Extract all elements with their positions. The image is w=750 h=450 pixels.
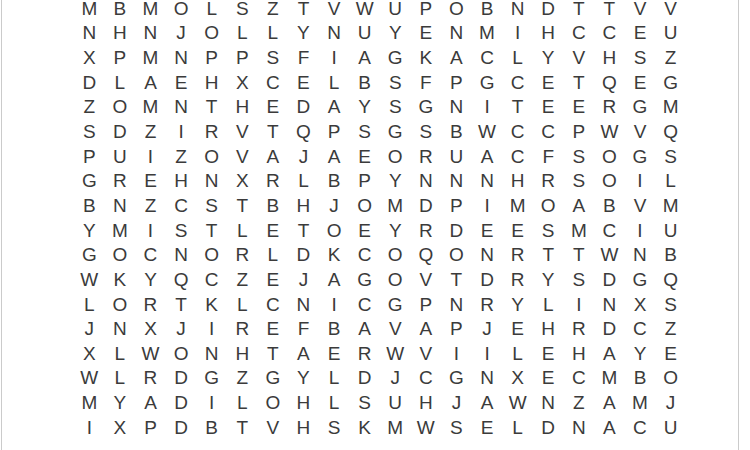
- grid-cell-r12c19[interactable]: G: [625, 267, 656, 292]
- grid-cell-r11c19[interactable]: N: [625, 242, 656, 267]
- grid-cell-r6c2[interactable]: D: [105, 119, 136, 144]
- grid-cell-r10c17[interactable]: M: [564, 218, 595, 243]
- grid-cell-r7c15[interactable]: C: [502, 144, 533, 169]
- grid-cell-r12c6[interactable]: Z: [227, 267, 258, 292]
- grid-cell-r1c12[interactable]: P: [411, 0, 442, 21]
- grid-cell-r13c11[interactable]: G: [380, 292, 411, 317]
- grid-cell-r10c16[interactable]: S: [533, 218, 564, 243]
- grid-cell-r17c14[interactable]: A: [472, 390, 503, 415]
- grid-cell-r13c5[interactable]: K: [196, 292, 227, 317]
- grid-cell-r18c4[interactable]: D: [166, 415, 197, 440]
- grid-cell-r6c14[interactable]: W: [472, 119, 503, 144]
- grid-cell-r18c17[interactable]: N: [564, 415, 595, 440]
- grid-cell-r15c9[interactable]: E: [319, 341, 350, 366]
- grid-cell-r9c2[interactable]: N: [105, 193, 136, 218]
- grid-cell-r9c20[interactable]: M: [655, 193, 686, 218]
- grid-cell-r14c2[interactable]: N: [105, 316, 136, 341]
- grid-cell-r9c13[interactable]: P: [441, 193, 472, 218]
- grid-cell-r14c18[interactable]: D: [594, 316, 625, 341]
- grid-cell-r14c8[interactable]: F: [288, 316, 319, 341]
- grid-cell-r2c16[interactable]: H: [533, 21, 564, 46]
- grid-cell-r18c7[interactable]: V: [258, 415, 289, 440]
- grid-cell-r11c17[interactable]: T: [564, 242, 595, 267]
- grid-cell-r1c11[interactable]: U: [380, 0, 411, 21]
- grid-cell-r10c7[interactable]: E: [258, 218, 289, 243]
- grid-cell-r12c12[interactable]: V: [411, 267, 442, 292]
- grid-cell-r9c15[interactable]: M: [502, 193, 533, 218]
- grid-cell-r15c13[interactable]: I: [441, 341, 472, 366]
- grid-cell-r3c17[interactable]: V: [564, 45, 595, 70]
- grid-cell-r7c5[interactable]: O: [196, 144, 227, 169]
- grid-cell-r14c17[interactable]: R: [564, 316, 595, 341]
- grid-cell-r3c11[interactable]: G: [380, 45, 411, 70]
- grid-cell-r5c15[interactable]: T: [502, 95, 533, 120]
- grid-cell-r8c15[interactable]: H: [502, 168, 533, 193]
- grid-cell-r10c19[interactable]: I: [625, 218, 656, 243]
- grid-cell-r5c20[interactable]: M: [655, 95, 686, 120]
- grid-cell-r11c13[interactable]: O: [441, 242, 472, 267]
- grid-cell-r3c13[interactable]: A: [441, 45, 472, 70]
- grid-cell-r11c5[interactable]: O: [196, 242, 227, 267]
- grid-cell-r10c14[interactable]: E: [472, 218, 503, 243]
- grid-cell-r4c10[interactable]: B: [349, 70, 380, 95]
- grid-cell-r1c6[interactable]: S: [227, 0, 258, 21]
- grid-cell-r15c12[interactable]: V: [411, 341, 442, 366]
- grid-cell-r5c14[interactable]: I: [472, 95, 503, 120]
- grid-cell-r9c11[interactable]: M: [380, 193, 411, 218]
- grid-cell-r16c6[interactable]: Z: [227, 366, 258, 391]
- grid-cell-r14c15[interactable]: E: [502, 316, 533, 341]
- grid-cell-r5c8[interactable]: D: [288, 95, 319, 120]
- grid-cell-r16c20[interactable]: O: [655, 366, 686, 391]
- grid-cell-r4c7[interactable]: C: [258, 70, 289, 95]
- grid-cell-r13c8[interactable]: N: [288, 292, 319, 317]
- grid-cell-r18c20[interactable]: U: [655, 415, 686, 440]
- grid-cell-r9c9[interactable]: J: [319, 193, 350, 218]
- grid-cell-r2c1[interactable]: N: [74, 21, 105, 46]
- grid-cell-r13c15[interactable]: Y: [502, 292, 533, 317]
- grid-cell-r15c8[interactable]: A: [288, 341, 319, 366]
- grid-cell-r12c2[interactable]: K: [105, 267, 136, 292]
- grid-cell-r1c19[interactable]: V: [625, 0, 656, 21]
- grid-cell-r17c16[interactable]: N: [533, 390, 564, 415]
- grid-cell-r10c18[interactable]: C: [594, 218, 625, 243]
- grid-cell-r3c20[interactable]: Z: [655, 45, 686, 70]
- grid-cell-r13c9[interactable]: I: [319, 292, 350, 317]
- grid-cell-r4c6[interactable]: X: [227, 70, 258, 95]
- grid-cell-r8c13[interactable]: N: [441, 168, 472, 193]
- grid-cell-r4c17[interactable]: T: [564, 70, 595, 95]
- grid-cell-r5c17[interactable]: E: [564, 95, 595, 120]
- grid-cell-r8c19[interactable]: I: [625, 168, 656, 193]
- grid-cell-r15c4[interactable]: O: [166, 341, 197, 366]
- grid-cell-r18c14[interactable]: E: [472, 415, 503, 440]
- grid-cell-r4c9[interactable]: L: [319, 70, 350, 95]
- grid-cell-r12c20[interactable]: Q: [655, 267, 686, 292]
- grid-cell-r3c5[interactable]: P: [196, 45, 227, 70]
- grid-cell-r12c18[interactable]: D: [594, 267, 625, 292]
- grid-cell-r13c3[interactable]: R: [135, 292, 166, 317]
- grid-cell-r5c18[interactable]: R: [594, 95, 625, 120]
- grid-cell-r17c3[interactable]: A: [135, 390, 166, 415]
- grid-cell-r6c16[interactable]: C: [533, 119, 564, 144]
- grid-cell-r1c4[interactable]: O: [166, 0, 197, 21]
- grid-cell-r9c12[interactable]: D: [411, 193, 442, 218]
- grid-cell-r6c9[interactable]: P: [319, 119, 350, 144]
- grid-cell-r15c11[interactable]: W: [380, 341, 411, 366]
- grid-cell-r8c14[interactable]: N: [472, 168, 503, 193]
- grid-cell-r2c5[interactable]: O: [196, 21, 227, 46]
- grid-cell-r2c11[interactable]: Y: [380, 21, 411, 46]
- grid-cell-r15c7[interactable]: T: [258, 341, 289, 366]
- grid-cell-r18c19[interactable]: C: [625, 415, 656, 440]
- grid-cell-r17c15[interactable]: W: [502, 390, 533, 415]
- grid-cell-r18c6[interactable]: T: [227, 415, 258, 440]
- grid-cell-r9c6[interactable]: T: [227, 193, 258, 218]
- grid-cell-r11c7[interactable]: L: [258, 242, 289, 267]
- grid-cell-r18c2[interactable]: X: [105, 415, 136, 440]
- grid-cell-r4c15[interactable]: C: [502, 70, 533, 95]
- grid-cell-r5c7[interactable]: E: [258, 95, 289, 120]
- grid-cell-r10c15[interactable]: E: [502, 218, 533, 243]
- grid-cell-r16c17[interactable]: C: [564, 366, 595, 391]
- grid-cell-r15c20[interactable]: E: [655, 341, 686, 366]
- grid-cell-r13c14[interactable]: R: [472, 292, 503, 317]
- grid-cell-r7c12[interactable]: R: [411, 144, 442, 169]
- grid-cell-r1c10[interactable]: W: [349, 0, 380, 21]
- grid-cell-r1c3[interactable]: M: [135, 0, 166, 21]
- grid-cell-r7c16[interactable]: F: [533, 144, 564, 169]
- grid-cell-r11c3[interactable]: C: [135, 242, 166, 267]
- grid-cell-r4c14[interactable]: G: [472, 70, 503, 95]
- grid-cell-r10c13[interactable]: D: [441, 218, 472, 243]
- grid-cell-r17c11[interactable]: U: [380, 390, 411, 415]
- grid-cell-r8c9[interactable]: B: [319, 168, 350, 193]
- grid-cell-r17c6[interactable]: L: [227, 390, 258, 415]
- grid-cell-r18c9[interactable]: S: [319, 415, 350, 440]
- grid-cell-r16c10[interactable]: D: [349, 366, 380, 391]
- grid-cell-r10c5[interactable]: T: [196, 218, 227, 243]
- grid-cell-r7c14[interactable]: A: [472, 144, 503, 169]
- grid-cell-r4c5[interactable]: H: [196, 70, 227, 95]
- grid-cell-r5c11[interactable]: S: [380, 95, 411, 120]
- grid-cell-r12c8[interactable]: J: [288, 267, 319, 292]
- grid-cell-r14c13[interactable]: P: [441, 316, 472, 341]
- grid-cell-r14c7[interactable]: E: [258, 316, 289, 341]
- grid-cell-r14c19[interactable]: C: [625, 316, 656, 341]
- grid-cell-r6c1[interactable]: S: [74, 119, 105, 144]
- grid-cell-r12c3[interactable]: Y: [135, 267, 166, 292]
- grid-cell-r15c3[interactable]: W: [135, 341, 166, 366]
- grid-cell-r9c19[interactable]: V: [625, 193, 656, 218]
- grid-cell-r7c11[interactable]: O: [380, 144, 411, 169]
- grid-cell-r11c1[interactable]: G: [74, 242, 105, 267]
- grid-cell-r14c4[interactable]: J: [166, 316, 197, 341]
- grid-cell-r7c18[interactable]: O: [594, 144, 625, 169]
- grid-cell-r4c12[interactable]: F: [411, 70, 442, 95]
- grid-cell-r8c1[interactable]: G: [74, 168, 105, 193]
- grid-cell-r15c2[interactable]: L: [105, 341, 136, 366]
- grid-cell-r17c20[interactable]: J: [655, 390, 686, 415]
- grid-cell-r11c2[interactable]: O: [105, 242, 136, 267]
- grid-cell-r1c1[interactable]: M: [74, 0, 105, 21]
- grid-cell-r9c3[interactable]: Z: [135, 193, 166, 218]
- grid-cell-r18c5[interactable]: B: [196, 415, 227, 440]
- grid-cell-r4c16[interactable]: E: [533, 70, 564, 95]
- grid-cell-r13c17[interactable]: I: [564, 292, 595, 317]
- grid-cell-r18c18[interactable]: A: [594, 415, 625, 440]
- grid-cell-r2c13[interactable]: N: [441, 21, 472, 46]
- grid-cell-r18c8[interactable]: H: [288, 415, 319, 440]
- grid-cell-r13c1[interactable]: L: [74, 292, 105, 317]
- grid-cell-r9c1[interactable]: B: [74, 193, 105, 218]
- grid-cell-r14c20[interactable]: Z: [655, 316, 686, 341]
- grid-cell-r6c4[interactable]: I: [166, 119, 197, 144]
- grid-cell-r7c3[interactable]: I: [135, 144, 166, 169]
- grid-cell-r16c7[interactable]: G: [258, 366, 289, 391]
- grid-cell-r12c5[interactable]: C: [196, 267, 227, 292]
- grid-cell-r6c18[interactable]: W: [594, 119, 625, 144]
- grid-cell-r2c6[interactable]: L: [227, 21, 258, 46]
- grid-cell-r2c15[interactable]: I: [502, 21, 533, 46]
- grid-cell-r10c4[interactable]: S: [166, 218, 197, 243]
- grid-cell-r16c13[interactable]: G: [441, 366, 472, 391]
- grid-cell-r15c14[interactable]: I: [472, 341, 503, 366]
- grid-cell-r11c14[interactable]: N: [472, 242, 503, 267]
- grid-cell-r5c1[interactable]: Z: [74, 95, 105, 120]
- grid-cell-r14c3[interactable]: X: [135, 316, 166, 341]
- grid-cell-r2c14[interactable]: M: [472, 21, 503, 46]
- grid-cell-r4c1[interactable]: D: [74, 70, 105, 95]
- grid-cell-r1c16[interactable]: D: [533, 0, 564, 21]
- grid-cell-r7c7[interactable]: A: [258, 144, 289, 169]
- grid-cell-r9c10[interactable]: O: [349, 193, 380, 218]
- grid-cell-r8c8[interactable]: L: [288, 168, 319, 193]
- grid-cell-r6c17[interactable]: P: [564, 119, 595, 144]
- grid-cell-r13c6[interactable]: L: [227, 292, 258, 317]
- grid-cell-r4c2[interactable]: L: [105, 70, 136, 95]
- grid-cell-r13c20[interactable]: S: [655, 292, 686, 317]
- grid-cell-r1c9[interactable]: V: [319, 0, 350, 21]
- grid-cell-r8c10[interactable]: P: [349, 168, 380, 193]
- grid-cell-r8c16[interactable]: R: [533, 168, 564, 193]
- grid-cell-r12c7[interactable]: E: [258, 267, 289, 292]
- grid-cell-r16c19[interactable]: B: [625, 366, 656, 391]
- grid-cell-r9c5[interactable]: S: [196, 193, 227, 218]
- grid-cell-r2c3[interactable]: N: [135, 21, 166, 46]
- grid-cell-r18c10[interactable]: K: [349, 415, 380, 440]
- grid-cell-r4c20[interactable]: G: [655, 70, 686, 95]
- grid-cell-r15c17[interactable]: H: [564, 341, 595, 366]
- grid-cell-r16c4[interactable]: D: [166, 366, 197, 391]
- grid-cell-r6c10[interactable]: S: [349, 119, 380, 144]
- grid-cell-r15c6[interactable]: H: [227, 341, 258, 366]
- grid-cell-r8c20[interactable]: L: [655, 168, 686, 193]
- grid-cell-r6c20[interactable]: Q: [655, 119, 686, 144]
- grid-cell-r15c18[interactable]: A: [594, 341, 625, 366]
- grid-cell-r3c9[interactable]: I: [319, 45, 350, 70]
- grid-cell-r1c13[interactable]: O: [441, 0, 472, 21]
- grid-cell-r17c18[interactable]: A: [594, 390, 625, 415]
- grid-cell-r17c1[interactable]: M: [74, 390, 105, 415]
- grid-cell-r9c14[interactable]: I: [472, 193, 503, 218]
- grid-cell-r16c3[interactable]: R: [135, 366, 166, 391]
- grid-cell-r3c4[interactable]: N: [166, 45, 197, 70]
- grid-cell-r6c19[interactable]: V: [625, 119, 656, 144]
- grid-cell-r11c6[interactable]: R: [227, 242, 258, 267]
- grid-cell-r13c7[interactable]: C: [258, 292, 289, 317]
- grid-cell-r5c5[interactable]: T: [196, 95, 227, 120]
- grid-cell-r16c11[interactable]: J: [380, 366, 411, 391]
- grid-cell-r4c18[interactable]: Q: [594, 70, 625, 95]
- grid-cell-r7c17[interactable]: S: [564, 144, 595, 169]
- grid-cell-r3c7[interactable]: S: [258, 45, 289, 70]
- grid-cell-r7c10[interactable]: E: [349, 144, 380, 169]
- grid-cell-r16c9[interactable]: L: [319, 366, 350, 391]
- grid-cell-r13c2[interactable]: O: [105, 292, 136, 317]
- grid-cell-r14c1[interactable]: J: [74, 316, 105, 341]
- grid-cell-r17c2[interactable]: Y: [105, 390, 136, 415]
- grid-cell-r8c18[interactable]: O: [594, 168, 625, 193]
- grid-cell-r14c6[interactable]: R: [227, 316, 258, 341]
- grid-cell-r8c3[interactable]: E: [135, 168, 166, 193]
- grid-cell-r11c8[interactable]: D: [288, 242, 319, 267]
- grid-cell-r2c18[interactable]: C: [594, 21, 625, 46]
- grid-cell-r9c8[interactable]: H: [288, 193, 319, 218]
- grid-cell-r16c15[interactable]: X: [502, 366, 533, 391]
- grid-cell-r5c6[interactable]: H: [227, 95, 258, 120]
- grid-cell-r12c16[interactable]: Y: [533, 267, 564, 292]
- grid-cell-r4c11[interactable]: S: [380, 70, 411, 95]
- grid-cell-r1c7[interactable]: Z: [258, 0, 289, 21]
- grid-cell-r13c13[interactable]: N: [441, 292, 472, 317]
- grid-cell-r16c1[interactable]: W: [74, 366, 105, 391]
- grid-cell-r15c1[interactable]: X: [74, 341, 105, 366]
- grid-cell-r14c14[interactable]: J: [472, 316, 503, 341]
- grid-cell-r16c14[interactable]: N: [472, 366, 503, 391]
- grid-cell-r12c13[interactable]: T: [441, 267, 472, 292]
- grid-cell-r7c13[interactable]: U: [441, 144, 472, 169]
- grid-cell-r2c10[interactable]: U: [349, 21, 380, 46]
- grid-cell-r17c5[interactable]: I: [196, 390, 227, 415]
- grid-cell-r8c4[interactable]: H: [166, 168, 197, 193]
- grid-cell-r12c1[interactable]: W: [74, 267, 105, 292]
- grid-cell-r11c4[interactable]: N: [166, 242, 197, 267]
- grid-cell-r4c4[interactable]: E: [166, 70, 197, 95]
- grid-cell-r7c8[interactable]: J: [288, 144, 319, 169]
- grid-cell-r2c20[interactable]: U: [655, 21, 686, 46]
- grid-cell-r3c18[interactable]: H: [594, 45, 625, 70]
- grid-cell-r5c4[interactable]: N: [166, 95, 197, 120]
- grid-cell-r17c4[interactable]: D: [166, 390, 197, 415]
- grid-cell-r17c7[interactable]: O: [258, 390, 289, 415]
- grid-cell-r16c12[interactable]: C: [411, 366, 442, 391]
- grid-cell-r5c16[interactable]: E: [533, 95, 564, 120]
- grid-cell-r4c19[interactable]: E: [625, 70, 656, 95]
- grid-cell-r14c12[interactable]: A: [411, 316, 442, 341]
- grid-cell-r14c16[interactable]: H: [533, 316, 564, 341]
- grid-cell-r2c12[interactable]: E: [411, 21, 442, 46]
- grid-cell-r1c2[interactable]: B: [105, 0, 136, 21]
- grid-cell-r9c18[interactable]: B: [594, 193, 625, 218]
- grid-cell-r11c10[interactable]: C: [349, 242, 380, 267]
- grid-cell-r11c15[interactable]: R: [502, 242, 533, 267]
- grid-cell-r18c12[interactable]: W: [411, 415, 442, 440]
- grid-cell-r8c5[interactable]: N: [196, 168, 227, 193]
- grid-cell-r11c16[interactable]: T: [533, 242, 564, 267]
- grid-cell-r15c16[interactable]: E: [533, 341, 564, 366]
- grid-cell-r6c6[interactable]: V: [227, 119, 258, 144]
- grid-cell-r15c15[interactable]: L: [502, 341, 533, 366]
- grid-cell-r4c3[interactable]: A: [135, 70, 166, 95]
- grid-cell-r12c14[interactable]: D: [472, 267, 503, 292]
- grid-cell-r11c12[interactable]: Q: [411, 242, 442, 267]
- grid-cell-r5c12[interactable]: G: [411, 95, 442, 120]
- grid-cell-r17c12[interactable]: H: [411, 390, 442, 415]
- grid-cell-r10c12[interactable]: R: [411, 218, 442, 243]
- grid-cell-r12c17[interactable]: S: [564, 267, 595, 292]
- grid-cell-r13c4[interactable]: T: [166, 292, 197, 317]
- grid-cell-r2c17[interactable]: C: [564, 21, 595, 46]
- grid-cell-r2c8[interactable]: Y: [288, 21, 319, 46]
- grid-cell-r15c10[interactable]: R: [349, 341, 380, 366]
- grid-cell-r17c13[interactable]: J: [441, 390, 472, 415]
- grid-cell-r8c11[interactable]: Y: [380, 168, 411, 193]
- grid-cell-r15c19[interactable]: Y: [625, 341, 656, 366]
- grid-cell-r1c5[interactable]: L: [196, 0, 227, 21]
- grid-cell-r9c16[interactable]: O: [533, 193, 564, 218]
- grid-cell-r3c8[interactable]: F: [288, 45, 319, 70]
- grid-cell-r13c16[interactable]: L: [533, 292, 564, 317]
- grid-cell-r5c19[interactable]: G: [625, 95, 656, 120]
- grid-cell-r12c10[interactable]: G: [349, 267, 380, 292]
- grid-cell-r14c10[interactable]: A: [349, 316, 380, 341]
- grid-cell-r10c20[interactable]: U: [655, 218, 686, 243]
- grid-cell-r6c8[interactable]: Q: [288, 119, 319, 144]
- grid-cell-r2c7[interactable]: L: [258, 21, 289, 46]
- grid-cell-r4c8[interactable]: E: [288, 70, 319, 95]
- grid-cell-r1c20[interactable]: V: [655, 0, 686, 21]
- grid-cell-r16c8[interactable]: Y: [288, 366, 319, 391]
- grid-cell-r3c6[interactable]: P: [227, 45, 258, 70]
- grid-cell-r12c11[interactable]: O: [380, 267, 411, 292]
- grid-cell-r2c4[interactable]: J: [166, 21, 197, 46]
- grid-cell-r12c15[interactable]: R: [502, 267, 533, 292]
- grid-cell-r8c17[interactable]: S: [564, 168, 595, 193]
- grid-cell-r6c11[interactable]: G: [380, 119, 411, 144]
- grid-cell-r17c8[interactable]: H: [288, 390, 319, 415]
- grid-cell-r10c6[interactable]: L: [227, 218, 258, 243]
- grid-cell-r15c5[interactable]: N: [196, 341, 227, 366]
- grid-cell-r18c3[interactable]: P: [135, 415, 166, 440]
- grid-cell-r11c20[interactable]: B: [655, 242, 686, 267]
- grid-cell-r7c20[interactable]: S: [655, 144, 686, 169]
- grid-cell-r2c19[interactable]: E: [625, 21, 656, 46]
- grid-cell-r8c12[interactable]: N: [411, 168, 442, 193]
- grid-cell-r10c8[interactable]: T: [288, 218, 319, 243]
- grid-cell-r7c1[interactable]: P: [74, 144, 105, 169]
- grid-cell-r8c6[interactable]: X: [227, 168, 258, 193]
- grid-cell-r7c6[interactable]: V: [227, 144, 258, 169]
- grid-cell-r9c17[interactable]: A: [564, 193, 595, 218]
- grid-cell-r8c7[interactable]: R: [258, 168, 289, 193]
- grid-cell-r17c17[interactable]: Z: [564, 390, 595, 415]
- grid-cell-r12c4[interactable]: Q: [166, 267, 197, 292]
- grid-cell-r9c4[interactable]: C: [166, 193, 197, 218]
- grid-cell-r1c15[interactable]: N: [502, 0, 533, 21]
- grid-cell-r3c19[interactable]: S: [625, 45, 656, 70]
- grid-cell-r2c2[interactable]: H: [105, 21, 136, 46]
